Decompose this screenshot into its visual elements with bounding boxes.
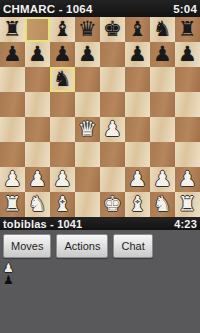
square-g6[interactable] [150, 67, 175, 92]
captured-pieces-tray: ♟ ♟ [3, 261, 200, 285]
square-c4[interactable] [50, 117, 75, 142]
square-f8[interactable]: ♝ [125, 17, 150, 42]
square-a4[interactable] [0, 117, 25, 142]
square-e8[interactable]: ♚ [100, 17, 125, 42]
piece-white-knight: ♞ [28, 192, 47, 217]
square-d5[interactable] [75, 92, 100, 117]
player-bar: tobiblas - 1041 4:23 [0, 217, 200, 230]
moves-button[interactable]: Moves [3, 234, 51, 258]
square-a8[interactable]: ♜ [0, 17, 25, 42]
piece-white-pawn: ♟ [3, 167, 22, 192]
piece-black-knight: ♞ [53, 67, 72, 92]
square-g7[interactable]: ♟ [150, 42, 175, 67]
piece-black-pawn: ♟ [128, 42, 147, 67]
captured-row-white: ♟ [3, 261, 200, 273]
square-e4[interactable]: ♟ [100, 117, 125, 142]
piece-black-bishop: ♝ [128, 17, 147, 42]
piece-black-pawn: ♟ [153, 42, 172, 67]
square-b8[interactable] [25, 17, 50, 42]
square-d3[interactable] [75, 142, 100, 167]
piece-white-pawn: ♟ [128, 167, 147, 192]
piece-black-queen: ♛ [78, 17, 97, 42]
square-a1[interactable]: ♜ [0, 192, 25, 217]
square-g5[interactable] [150, 92, 175, 117]
square-a5[interactable] [0, 92, 25, 117]
piece-white-pawn: ♟ [28, 167, 47, 192]
control-panel: Moves Actions Chat ♟ ♟ [0, 230, 200, 333]
square-e3[interactable] [100, 142, 125, 167]
square-a6[interactable] [0, 67, 25, 92]
chess-app-window: CHMARC - 1064 5:04 ♜♝♛♚♝♞♜♟♟♟♟♟♟♟♞♛♟♟♟♟♟… [0, 0, 200, 333]
square-f3[interactable] [125, 142, 150, 167]
square-b2[interactable]: ♟ [25, 167, 50, 192]
piece-white-queen: ♛ [78, 117, 97, 142]
square-g3[interactable] [150, 142, 175, 167]
opponent-name-rating: CHMARC - 1064 [3, 3, 93, 15]
square-f6[interactable] [125, 67, 150, 92]
square-g4[interactable] [150, 117, 175, 142]
square-f7[interactable]: ♟ [125, 42, 150, 67]
square-e2[interactable] [100, 167, 125, 192]
piece-black-pawn: ♟ [53, 42, 72, 67]
piece-white-rook: ♜ [178, 192, 197, 217]
square-h8[interactable]: ♜ [175, 17, 200, 42]
opponent-bar: CHMARC - 1064 5:04 [0, 0, 200, 17]
actions-button[interactable]: Actions [56, 234, 108, 258]
square-f5[interactable] [125, 92, 150, 117]
square-f2[interactable]: ♟ [125, 167, 150, 192]
square-b3[interactable] [25, 142, 50, 167]
square-d8[interactable]: ♛ [75, 17, 100, 42]
square-d7[interactable]: ♟ [75, 42, 100, 67]
piece-white-pawn: ♟ [53, 167, 72, 192]
piece-white-king: ♚ [103, 192, 122, 217]
piece-white-rook: ♜ [3, 192, 22, 217]
piece-black-rook: ♜ [178, 17, 197, 42]
square-g2[interactable]: ♟ [150, 167, 175, 192]
player-name-rating: tobiblas - 1041 [3, 218, 82, 230]
piece-black-pawn: ♟ [78, 42, 97, 67]
piece-black-pawn: ♟ [28, 42, 47, 67]
toolbar: Moves Actions Chat [3, 234, 200, 258]
square-g1[interactable]: ♞ [150, 192, 175, 217]
square-e6[interactable] [100, 67, 125, 92]
piece-black-king: ♚ [103, 17, 122, 42]
square-h6[interactable] [175, 67, 200, 92]
player-clock: 4:23 [174, 218, 197, 230]
square-h2[interactable]: ♟ [175, 167, 200, 192]
chess-board[interactable]: ♜♝♛♚♝♞♜♟♟♟♟♟♟♟♞♛♟♟♟♟♟♟♟♜♞♝♚♝♞♜ [0, 17, 200, 217]
captured-black-pawn-icon: ♟ [3, 273, 14, 287]
square-a7[interactable]: ♟ [0, 42, 25, 67]
piece-white-bishop: ♝ [53, 192, 72, 217]
chat-button[interactable]: Chat [113, 234, 152, 258]
square-b5[interactable] [25, 92, 50, 117]
square-b6[interactable] [25, 67, 50, 92]
opponent-clock: 5:04 [173, 3, 197, 15]
square-h1[interactable]: ♜ [175, 192, 200, 217]
square-a2[interactable]: ♟ [0, 167, 25, 192]
piece-white-bishop: ♝ [128, 192, 147, 217]
square-f4[interactable] [125, 117, 150, 142]
square-d4[interactable]: ♛ [75, 117, 100, 142]
piece-white-knight: ♞ [153, 192, 172, 217]
piece-black-knight: ♞ [153, 17, 172, 42]
square-e7[interactable] [100, 42, 125, 67]
piece-black-pawn: ♟ [178, 42, 197, 67]
square-e5[interactable] [100, 92, 125, 117]
square-a3[interactable] [0, 142, 25, 167]
square-c2[interactable]: ♟ [50, 167, 75, 192]
square-c1[interactable]: ♝ [50, 192, 75, 217]
square-h3[interactable] [175, 142, 200, 167]
square-b1[interactable]: ♞ [25, 192, 50, 217]
square-c7[interactable]: ♟ [50, 42, 75, 67]
piece-white-pawn: ♟ [178, 167, 197, 192]
piece-black-pawn: ♟ [3, 42, 22, 67]
square-e1[interactable]: ♚ [100, 192, 125, 217]
square-d6[interactable] [75, 67, 100, 92]
piece-black-rook: ♜ [3, 17, 22, 42]
square-h7[interactable]: ♟ [175, 42, 200, 67]
square-h5[interactable] [175, 92, 200, 117]
square-h4[interactable] [175, 117, 200, 142]
piece-white-pawn: ♟ [153, 167, 172, 192]
square-g8[interactable]: ♞ [150, 17, 175, 42]
square-c5[interactable] [50, 92, 75, 117]
square-d2[interactable] [75, 167, 100, 192]
square-f1[interactable]: ♝ [125, 192, 150, 217]
square-c8[interactable]: ♝ [50, 17, 75, 42]
captured-row-black: ♟ [3, 273, 200, 285]
piece-black-bishop: ♝ [53, 17, 72, 42]
square-b7[interactable]: ♟ [25, 42, 50, 67]
square-b4[interactable] [25, 117, 50, 142]
square-c6[interactable]: ♞ [50, 67, 75, 92]
piece-white-pawn: ♟ [103, 117, 122, 142]
square-c3[interactable] [50, 142, 75, 167]
square-d1[interactable] [75, 192, 100, 217]
